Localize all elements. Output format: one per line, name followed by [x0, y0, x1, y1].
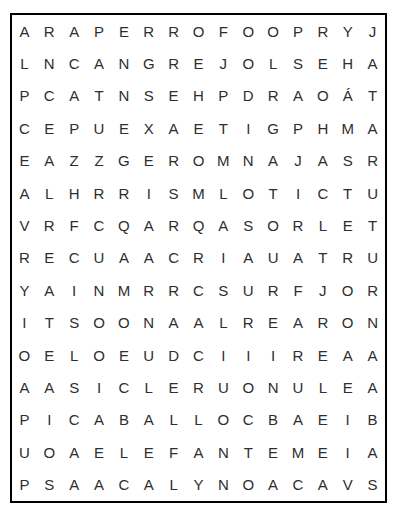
grid-cell[interactable]: R [161, 15, 186, 47]
grid-cell[interactable]: O [236, 47, 261, 79]
grid-cell[interactable]: O [310, 80, 335, 112]
grid-cell[interactable]: U [360, 177, 385, 209]
grid-cell[interactable]: S [136, 80, 161, 112]
grid-cell[interactable]: O [111, 307, 136, 339]
grid-cell[interactable]: R [360, 274, 385, 306]
grid-cell[interactable]: L [37, 177, 62, 209]
grid-cell[interactable]: T [261, 177, 286, 209]
grid-cell[interactable]: I [211, 242, 236, 274]
grid-cell[interactable]: I [335, 404, 360, 436]
grid-cell[interactable]: A [37, 274, 62, 306]
grid-cell[interactable]: Z [87, 145, 112, 177]
grid-cell[interactable]: J [286, 145, 311, 177]
grid-cell[interactable]: N [211, 469, 236, 501]
grid-cell[interactable]: A [236, 242, 261, 274]
grid-cell[interactable]: M [111, 274, 136, 306]
grid-cell[interactable]: A [335, 339, 360, 371]
grid-cell[interactable]: E [161, 80, 186, 112]
grid-cell[interactable]: I [87, 371, 112, 403]
grid-cell[interactable]: Z [62, 145, 87, 177]
grid-cell[interactable]: C [111, 371, 136, 403]
grid-cell[interactable]: A [161, 112, 186, 144]
grid-cell[interactable]: A [360, 436, 385, 468]
grid-cell[interactable]: I [37, 404, 62, 436]
grid-cell[interactable]: A [360, 371, 385, 403]
grid-cell[interactable]: L [111, 436, 136, 468]
grid-cell[interactable]: R [335, 242, 360, 274]
grid-cell[interactable]: E [111, 339, 136, 371]
grid-cell[interactable]: A [111, 242, 136, 274]
grid-cell[interactable]: X [136, 112, 161, 144]
grid-cell[interactable]: R [161, 47, 186, 79]
grid-cell[interactable]: T [211, 112, 236, 144]
grid-cell[interactable]: O [211, 404, 236, 436]
grid-cell[interactable]: J [211, 47, 236, 79]
grid-cell[interactable]: R [310, 307, 335, 339]
grid-cell[interactable]: R [360, 145, 385, 177]
grid-cell[interactable]: E [310, 436, 335, 468]
grid-cell[interactable]: C [111, 469, 136, 501]
grid-cell[interactable]: E [310, 47, 335, 79]
grid-cell[interactable]: A [87, 404, 112, 436]
grid-cell[interactable]: Q [111, 209, 136, 241]
grid-cell[interactable]: H [335, 47, 360, 79]
grid-cell[interactable]: E [12, 145, 37, 177]
grid-cell[interactable]: A [136, 242, 161, 274]
grid-cell[interactable]: Y [335, 15, 360, 47]
grid-cell[interactable]: N [87, 274, 112, 306]
grid-cell[interactable]: I [286, 177, 311, 209]
grid-cell[interactable]: L [310, 371, 335, 403]
grid-cell[interactable]: R [261, 80, 286, 112]
grid-cell[interactable]: A [12, 371, 37, 403]
grid-cell[interactable]: F [211, 15, 236, 47]
grid-cell[interactable]: A [286, 307, 311, 339]
grid-cell[interactable]: P [286, 15, 311, 47]
grid-cell[interactable]: I [236, 112, 261, 144]
grid-cell[interactable]: A [62, 469, 87, 501]
grid-cell[interactable]: N [211, 436, 236, 468]
grid-cell[interactable]: O [37, 436, 62, 468]
grid-cell[interactable]: A [12, 15, 37, 47]
grid-cell[interactable]: I [236, 339, 261, 371]
grid-cell[interactable]: E [186, 47, 211, 79]
grid-cell[interactable]: R [161, 209, 186, 241]
grid-cell[interactable]: L [161, 404, 186, 436]
grid-cell[interactable]: N [111, 47, 136, 79]
grid-cell[interactable]: I [62, 274, 87, 306]
grid-cell[interactable]: O [236, 371, 261, 403]
grid-cell[interactable]: P [211, 80, 236, 112]
grid-cell[interactable]: A [261, 469, 286, 501]
grid-cell[interactable]: I [12, 307, 37, 339]
grid-cell[interactable]: P [62, 112, 87, 144]
grid-cell[interactable]: A [186, 307, 211, 339]
grid-cell[interactable]: I [261, 339, 286, 371]
grid-cell[interactable]: N [37, 47, 62, 79]
grid-cell[interactable]: V [335, 469, 360, 501]
grid-cell[interactable]: E [37, 339, 62, 371]
grid-cell[interactable]: Y [186, 469, 211, 501]
grid-cell[interactable]: A [261, 145, 286, 177]
grid-cell[interactable]: U [136, 339, 161, 371]
grid-cell[interactable]: M [186, 177, 211, 209]
grid-cell[interactable]: R [37, 209, 62, 241]
grid-cell[interactable]: E [261, 436, 286, 468]
grid-cell[interactable]: A [310, 469, 335, 501]
grid-cell[interactable]: N [111, 80, 136, 112]
grid-cell[interactable]: U [87, 112, 112, 144]
grid-cell[interactable]: S [286, 47, 311, 79]
grid-cell[interactable]: O [335, 274, 360, 306]
grid-cell[interactable]: R [161, 145, 186, 177]
grid-cell[interactable]: E [37, 112, 62, 144]
grid-cell[interactable]: A [310, 145, 335, 177]
grid-cell[interactable]: V [12, 209, 37, 241]
grid-cell[interactable]: E [310, 339, 335, 371]
grid-cell[interactable]: R [236, 307, 261, 339]
grid-cell[interactable]: T [87, 80, 112, 112]
grid-cell[interactable]: C [62, 242, 87, 274]
grid-cell[interactable]: Y [12, 274, 37, 306]
grid-cell[interactable]: O [335, 307, 360, 339]
grid-cell[interactable]: N [360, 307, 385, 339]
grid-cell[interactable]: N [261, 371, 286, 403]
grid-cell[interactable]: C [37, 80, 62, 112]
grid-cell[interactable]: A [161, 307, 186, 339]
grid-cell[interactable]: S [62, 307, 87, 339]
grid-cell[interactable]: A [286, 242, 311, 274]
grid-cell[interactable]: C [161, 242, 186, 274]
grid-cell[interactable]: O [186, 15, 211, 47]
grid-cell[interactable]: E [136, 145, 161, 177]
grid-cell[interactable]: A [186, 436, 211, 468]
grid-cell[interactable]: A [360, 112, 385, 144]
grid-cell[interactable]: A [360, 339, 385, 371]
grid-cell[interactable]: E [136, 436, 161, 468]
grid-cell[interactable]: U [236, 274, 261, 306]
grid-cell[interactable]: R [161, 274, 186, 306]
grid-cell[interactable]: O [87, 339, 112, 371]
grid-cell[interactable]: A [62, 15, 87, 47]
grid-cell[interactable]: A [37, 371, 62, 403]
grid-cell[interactable]: A [360, 47, 385, 79]
grid-cell[interactable]: D [161, 339, 186, 371]
grid-cell[interactable]: E [186, 112, 211, 144]
grid-cell[interactable]: Q [186, 209, 211, 241]
grid-cell[interactable]: R [111, 177, 136, 209]
grid-cell[interactable]: F [286, 274, 311, 306]
grid-cell[interactable]: L [261, 47, 286, 79]
grid-cell[interactable]: A [286, 80, 311, 112]
grid-cell[interactable]: A [87, 47, 112, 79]
grid-cell[interactable]: R [286, 339, 311, 371]
grid-cell[interactable]: I [136, 177, 161, 209]
grid-cell[interactable]: S [37, 469, 62, 501]
grid-cell[interactable]: O [261, 209, 286, 241]
grid-cell[interactable]: N [136, 307, 161, 339]
grid-cell[interactable]: A [37, 145, 62, 177]
grid-cell[interactable]: M [286, 436, 311, 468]
word-search-screenshot: ARAPERROFOOPRYJLNCANGREJOLSEHAPCATNSEHPD… [0, 0, 397, 515]
grid-cell[interactable]: S [360, 469, 385, 501]
grid-cell[interactable]: H [62, 177, 87, 209]
grid-cell[interactable]: G [111, 145, 136, 177]
grid-cell[interactable]: D [236, 80, 261, 112]
grid-cell[interactable]: R [186, 242, 211, 274]
grid-cell[interactable]: A [87, 469, 112, 501]
grid-cell[interactable]: J [310, 274, 335, 306]
grid-cell[interactable]: C [186, 339, 211, 371]
grid-cell[interactable]: R [310, 15, 335, 47]
grid-cell[interactable]: J [360, 15, 385, 47]
grid-cell[interactable]: R [186, 371, 211, 403]
grid-cell[interactable]: O [236, 469, 261, 501]
grid-cell[interactable]: O [236, 177, 261, 209]
grid-cell[interactable]: E [37, 242, 62, 274]
grid-cell[interactable]: R [136, 15, 161, 47]
grid-cell[interactable]: A [136, 404, 161, 436]
grid-cell[interactable]: S [335, 145, 360, 177]
grid-cell[interactable]: S [236, 209, 261, 241]
grid-cell[interactable]: A [62, 80, 87, 112]
grid-cell[interactable]: E [111, 112, 136, 144]
grid-cell[interactable]: T [37, 307, 62, 339]
grid-cell[interactable]: H [310, 112, 335, 144]
grid-cell[interactable]: P [12, 80, 37, 112]
grid-cell[interactable]: C [286, 469, 311, 501]
grid-cell[interactable]: P [286, 112, 311, 144]
grid-cell[interactable]: O [261, 15, 286, 47]
grid-cell[interactable]: G [261, 112, 286, 144]
grid-cell[interactable]: U [286, 371, 311, 403]
grid-cell[interactable]: R [261, 274, 286, 306]
grid-cell[interactable]: S [161, 177, 186, 209]
grid-cell[interactable]: T [236, 436, 261, 468]
grid-cell[interactable]: A [12, 177, 37, 209]
grid-cell[interactable]: I [211, 339, 236, 371]
grid-cell[interactable]: C [186, 274, 211, 306]
grid-cell[interactable]: P [12, 404, 37, 436]
grid-cell[interactable]: O [87, 307, 112, 339]
grid-cell[interactable]: L [136, 371, 161, 403]
grid-cell[interactable]: E [161, 371, 186, 403]
grid-cell[interactable]: E [87, 436, 112, 468]
grid-cell[interactable]: M [335, 112, 360, 144]
grid-cell[interactable]: U [360, 242, 385, 274]
grid-cell[interactable]: S [211, 274, 236, 306]
grid-cell[interactable]: N [236, 145, 261, 177]
grid-cell[interactable]: O [236, 15, 261, 47]
grid-cell[interactable]: U [12, 436, 37, 468]
grid-cell[interactable]: C [236, 404, 261, 436]
grid-cell[interactable]: H [186, 80, 211, 112]
grid-cell[interactable]: C [310, 177, 335, 209]
grid-cell[interactable]: L [62, 339, 87, 371]
grid-cell[interactable]: E [111, 15, 136, 47]
grid-cell[interactable]: L [186, 404, 211, 436]
grid-cell[interactable]: L [211, 307, 236, 339]
word-search-board: ARAPERROFOOPRYJLNCANGREJOLSEHAPCATNSEHPD… [10, 13, 387, 503]
grid-cell[interactable]: L [12, 47, 37, 79]
grid-cell[interactable]: F [161, 436, 186, 468]
grid-cell[interactable]: R [37, 15, 62, 47]
grid-cell[interactable]: M [211, 145, 236, 177]
grid-cell[interactable]: Á [335, 80, 360, 112]
grid-cell[interactable]: G [136, 47, 161, 79]
grid-cell[interactable]: C [12, 112, 37, 144]
grid-cell[interactable]: B [360, 404, 385, 436]
grid-cell[interactable]: S [62, 371, 87, 403]
grid-cell[interactable]: T [360, 209, 385, 241]
grid-cell[interactable]: L [310, 209, 335, 241]
grid-cell[interactable]: R [12, 242, 37, 274]
grid-cell[interactable]: C [87, 209, 112, 241]
grid-cell[interactable]: R [87, 177, 112, 209]
grid-cell[interactable]: C [62, 47, 87, 79]
grid-cell[interactable]: A [62, 436, 87, 468]
grid-cell[interactable]: U [261, 242, 286, 274]
grid-cell[interactable]: E [335, 209, 360, 241]
grid-cell[interactable]: C [62, 404, 87, 436]
grid-cell[interactable]: R [286, 209, 311, 241]
grid-cell[interactable]: E [261, 307, 286, 339]
grid-cell[interactable]: U [87, 242, 112, 274]
grid-cell[interactable]: A [286, 404, 311, 436]
grid-cell[interactable]: T [360, 80, 385, 112]
grid-cell[interactable]: P [87, 15, 112, 47]
grid-cell[interactable]: R [136, 274, 161, 306]
grid-cell[interactable]: L [161, 469, 186, 501]
grid-cell[interactable]: A [136, 209, 161, 241]
grid-cell[interactable]: B [261, 404, 286, 436]
grid-cell[interactable]: A [211, 209, 236, 241]
grid-cell[interactable]: U [211, 371, 236, 403]
grid-cell[interactable]: L [211, 177, 236, 209]
grid-cell[interactable]: E [335, 371, 360, 403]
grid-cell[interactable]: E [310, 404, 335, 436]
grid-cell[interactable]: B [111, 404, 136, 436]
grid-cell[interactable]: P [12, 469, 37, 501]
grid-cell[interactable]: I [335, 436, 360, 468]
grid-cell[interactable]: O [12, 339, 37, 371]
grid-cell[interactable]: F [62, 209, 87, 241]
grid-cell[interactable]: O [186, 145, 211, 177]
grid-cell[interactable]: A [136, 469, 161, 501]
grid-cell[interactable]: T [335, 177, 360, 209]
grid-cell[interactable]: T [310, 242, 335, 274]
